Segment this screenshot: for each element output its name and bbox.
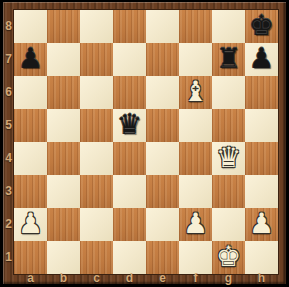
- piece-white-queen[interactable]: ♛: [212, 142, 245, 175]
- square-a6[interactable]: [14, 76, 47, 109]
- file-label-h: h: [245, 272, 278, 285]
- file-label-b: b: [47, 272, 80, 285]
- square-f3[interactable]: [179, 175, 212, 208]
- square-e1[interactable]: [146, 241, 179, 274]
- square-f5[interactable]: [179, 109, 212, 142]
- square-b3[interactable]: [47, 175, 80, 208]
- square-g1[interactable]: ♚: [212, 241, 245, 274]
- piece-black-rook[interactable]: ♜: [212, 43, 245, 76]
- rank-label-6: 6: [3, 76, 14, 109]
- square-d7[interactable]: [113, 43, 146, 76]
- piece-white-pawn[interactable]: ♟: [179, 208, 212, 241]
- square-e4[interactable]: [146, 142, 179, 175]
- file-label-e: e: [146, 272, 179, 285]
- square-a1[interactable]: [14, 241, 47, 274]
- rank-label-7: 7: [3, 43, 14, 76]
- square-c3[interactable]: [80, 175, 113, 208]
- square-g5[interactable]: [212, 109, 245, 142]
- square-e6[interactable]: [146, 76, 179, 109]
- square-a3[interactable]: [14, 175, 47, 208]
- piece-black-pawn[interactable]: ♟: [245, 43, 278, 76]
- square-d4[interactable]: [113, 142, 146, 175]
- piece-white-pawn[interactable]: ♟: [14, 208, 47, 241]
- square-g6[interactable]: [212, 76, 245, 109]
- file-label-f: f: [179, 272, 212, 285]
- file-label-a: a: [14, 272, 47, 285]
- square-a4[interactable]: [14, 142, 47, 175]
- square-g4[interactable]: ♛: [212, 142, 245, 175]
- square-h6[interactable]: [245, 76, 278, 109]
- rank-label-8: 8: [3, 10, 14, 43]
- square-g2[interactable]: [212, 208, 245, 241]
- square-c5[interactable]: [80, 109, 113, 142]
- square-f4[interactable]: [179, 142, 212, 175]
- square-e5[interactable]: [146, 109, 179, 142]
- square-b1[interactable]: [47, 241, 80, 274]
- piece-white-bishop[interactable]: ♝: [179, 76, 212, 109]
- square-c7[interactable]: [80, 43, 113, 76]
- square-d6[interactable]: [113, 76, 146, 109]
- square-h1[interactable]: [245, 241, 278, 274]
- rank-label-2: 2: [3, 208, 14, 241]
- square-a5[interactable]: [14, 109, 47, 142]
- square-f2[interactable]: ♟: [179, 208, 212, 241]
- square-h5[interactable]: [245, 109, 278, 142]
- square-e8[interactable]: [146, 10, 179, 43]
- chess-board: ♚♟♜♟♝♛♛♟♟♟♚: [14, 10, 278, 274]
- square-d2[interactable]: [113, 208, 146, 241]
- square-f7[interactable]: [179, 43, 212, 76]
- square-e3[interactable]: [146, 175, 179, 208]
- square-d8[interactable]: [113, 10, 146, 43]
- square-c6[interactable]: [80, 76, 113, 109]
- square-f1[interactable]: [179, 241, 212, 274]
- square-b7[interactable]: [47, 43, 80, 76]
- square-a2[interactable]: ♟: [14, 208, 47, 241]
- square-g8[interactable]: [212, 10, 245, 43]
- square-c2[interactable]: [80, 208, 113, 241]
- rank-label-3: 3: [3, 175, 14, 208]
- square-h7[interactable]: ♟: [245, 43, 278, 76]
- square-d3[interactable]: [113, 175, 146, 208]
- square-e2[interactable]: [146, 208, 179, 241]
- square-h2[interactable]: ♟: [245, 208, 278, 241]
- square-d1[interactable]: [113, 241, 146, 274]
- rank-labels: 87654321: [3, 10, 14, 274]
- square-a8[interactable]: [14, 10, 47, 43]
- square-c1[interactable]: [80, 241, 113, 274]
- square-f8[interactable]: [179, 10, 212, 43]
- square-b4[interactable]: [47, 142, 80, 175]
- file-label-d: d: [113, 272, 146, 285]
- square-g3[interactable]: [212, 175, 245, 208]
- piece-black-pawn[interactable]: ♟: [14, 43, 47, 76]
- square-h8[interactable]: ♚: [245, 10, 278, 43]
- square-b2[interactable]: [47, 208, 80, 241]
- square-d5[interactable]: ♛: [113, 109, 146, 142]
- square-c8[interactable]: [80, 10, 113, 43]
- rank-label-1: 1: [3, 241, 14, 274]
- piece-black-king[interactable]: ♚: [245, 10, 278, 43]
- piece-white-pawn[interactable]: ♟: [245, 208, 278, 241]
- piece-black-queen[interactable]: ♛: [113, 109, 146, 142]
- file-label-c: c: [80, 272, 113, 285]
- file-label-g: g: [212, 272, 245, 285]
- square-h4[interactable]: [245, 142, 278, 175]
- square-b6[interactable]: [47, 76, 80, 109]
- square-e7[interactable]: [146, 43, 179, 76]
- rank-label-4: 4: [3, 142, 14, 175]
- square-a7[interactable]: ♟: [14, 43, 47, 76]
- square-g7[interactable]: ♜: [212, 43, 245, 76]
- square-c4[interactable]: [80, 142, 113, 175]
- square-f6[interactable]: ♝: [179, 76, 212, 109]
- square-b8[interactable]: [47, 10, 80, 43]
- rank-label-5: 5: [3, 109, 14, 142]
- piece-white-king[interactable]: ♚: [212, 241, 245, 274]
- file-labels: abcdefgh: [14, 272, 278, 285]
- square-h3[interactable]: [245, 175, 278, 208]
- square-b5[interactable]: [47, 109, 80, 142]
